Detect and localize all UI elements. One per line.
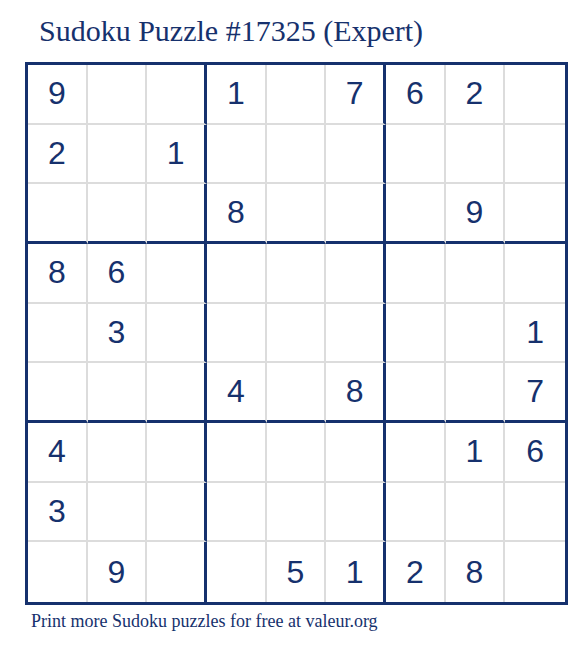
sudoku-cell-r5c7[interactable] — [386, 304, 446, 364]
sudoku-cell-r5c9[interactable]: 1 — [505, 304, 565, 364]
sudoku-cell-r2c3[interactable]: 1 — [147, 125, 207, 185]
sudoku-cell-r8c3[interactable] — [147, 483, 207, 543]
sudoku-cell-r5c5[interactable] — [267, 304, 327, 364]
sudoku-cell-r1c1[interactable]: 9 — [28, 65, 88, 125]
sudoku-cell-r7c1[interactable]: 4 — [28, 423, 88, 483]
sudoku-cell-r7c2[interactable] — [88, 423, 148, 483]
sudoku-cell-r9c3[interactable] — [147, 542, 207, 602]
sudoku-cell-r4c5[interactable] — [267, 244, 327, 304]
sudoku-cell-r7c3[interactable] — [147, 423, 207, 483]
sudoku-cell-r1c8[interactable]: 2 — [446, 65, 506, 125]
sudoku-cell-r8c5[interactable] — [267, 483, 327, 543]
sudoku-cell-r4c6[interactable] — [326, 244, 386, 304]
sudoku-cell-r3c3[interactable] — [147, 184, 207, 244]
sudoku-cell-r1c3[interactable] — [147, 65, 207, 125]
sudoku-cell-r3c1[interactable] — [28, 184, 88, 244]
sudoku-cell-r7c4[interactable] — [207, 423, 267, 483]
sudoku-cell-r4c3[interactable] — [147, 244, 207, 304]
sudoku-cell-r8c1[interactable]: 3 — [28, 483, 88, 543]
sudoku-cell-r5c3[interactable] — [147, 304, 207, 364]
sudoku-cell-r2c2[interactable] — [88, 125, 148, 185]
sudoku-cell-r6c5[interactable] — [267, 363, 327, 423]
sudoku-cell-r7c5[interactable] — [267, 423, 327, 483]
sudoku-cell-r6c7[interactable] — [386, 363, 446, 423]
sudoku-cell-r4c1[interactable]: 8 — [28, 244, 88, 304]
sudoku-cell-r3c8[interactable]: 9 — [446, 184, 506, 244]
sudoku-cell-r2c6[interactable] — [326, 125, 386, 185]
sudoku-cell-r9c4[interactable] — [207, 542, 267, 602]
sudoku-cell-r6c3[interactable] — [147, 363, 207, 423]
page-title: Sudoku Puzzle #17325 (Expert) — [39, 13, 423, 49]
sudoku-cell-r6c8[interactable] — [446, 363, 506, 423]
sudoku-cell-r9c6[interactable]: 1 — [326, 542, 386, 602]
sudoku-cell-r3c2[interactable] — [88, 184, 148, 244]
sudoku-board: 9176221898631487416395128 — [25, 62, 568, 605]
sudoku-cell-r4c9[interactable] — [505, 244, 565, 304]
sudoku-cell-r6c1[interactable] — [28, 363, 88, 423]
sudoku-cell-r5c1[interactable] — [28, 304, 88, 364]
sudoku-cell-r7c6[interactable] — [326, 423, 386, 483]
sudoku-cell-r7c8[interactable]: 1 — [446, 423, 506, 483]
footer-text: Print more Sudoku puzzles for free at va… — [31, 610, 378, 633]
sudoku-cell-r8c9[interactable] — [505, 483, 565, 543]
sudoku-cell-r1c4[interactable]: 1 — [207, 65, 267, 125]
sudoku-cell-r6c6[interactable]: 8 — [326, 363, 386, 423]
sudoku-cell-r8c4[interactable] — [207, 483, 267, 543]
sudoku-cell-r6c9[interactable]: 7 — [505, 363, 565, 423]
sudoku-cell-r1c5[interactable] — [267, 65, 327, 125]
sudoku-cell-r9c7[interactable]: 2 — [386, 542, 446, 602]
sudoku-cell-r1c7[interactable]: 6 — [386, 65, 446, 125]
sudoku-cell-r8c7[interactable] — [386, 483, 446, 543]
sudoku-cell-r2c8[interactable] — [446, 125, 506, 185]
sudoku-cell-r2c4[interactable] — [207, 125, 267, 185]
sudoku-cell-r1c2[interactable] — [88, 65, 148, 125]
page: Sudoku Puzzle #17325 (Expert) 9176221898… — [0, 0, 580, 651]
sudoku-cell-r1c9[interactable] — [505, 65, 565, 125]
sudoku-cell-r9c5[interactable]: 5 — [267, 542, 327, 602]
sudoku-cell-r3c6[interactable] — [326, 184, 386, 244]
sudoku-cell-r1c6[interactable]: 7 — [326, 65, 386, 125]
sudoku-cell-r3c5[interactable] — [267, 184, 327, 244]
sudoku-cell-r6c4[interactable]: 4 — [207, 363, 267, 423]
sudoku-cell-r5c6[interactable] — [326, 304, 386, 364]
sudoku-cell-r4c8[interactable] — [446, 244, 506, 304]
sudoku-cell-r8c6[interactable] — [326, 483, 386, 543]
sudoku-cell-r4c2[interactable]: 6 — [88, 244, 148, 304]
sudoku-cell-r6c2[interactable] — [88, 363, 148, 423]
sudoku-cell-r8c2[interactable] — [88, 483, 148, 543]
sudoku-cell-r7c7[interactable] — [386, 423, 446, 483]
sudoku-cell-r9c9[interactable] — [505, 542, 565, 602]
sudoku-cell-r9c8[interactable]: 8 — [446, 542, 506, 602]
sudoku-cell-r7c9[interactable]: 6 — [505, 423, 565, 483]
sudoku-cell-r9c2[interactable]: 9 — [88, 542, 148, 602]
sudoku-cell-r3c7[interactable] — [386, 184, 446, 244]
sudoku-cell-r9c1[interactable] — [28, 542, 88, 602]
sudoku-cell-r3c9[interactable] — [505, 184, 565, 244]
sudoku-cell-r5c4[interactable] — [207, 304, 267, 364]
sudoku-cell-r4c7[interactable] — [386, 244, 446, 304]
sudoku-cell-r2c1[interactable]: 2 — [28, 125, 88, 185]
sudoku-cell-r2c5[interactable] — [267, 125, 327, 185]
sudoku-cell-r2c7[interactable] — [386, 125, 446, 185]
sudoku-cell-r2c9[interactable] — [505, 125, 565, 185]
sudoku-cell-r8c8[interactable] — [446, 483, 506, 543]
sudoku-cell-r3c4[interactable]: 8 — [207, 184, 267, 244]
sudoku-cell-r5c8[interactable] — [446, 304, 506, 364]
sudoku-cell-r5c2[interactable]: 3 — [88, 304, 148, 364]
sudoku-cell-r4c4[interactable] — [207, 244, 267, 304]
